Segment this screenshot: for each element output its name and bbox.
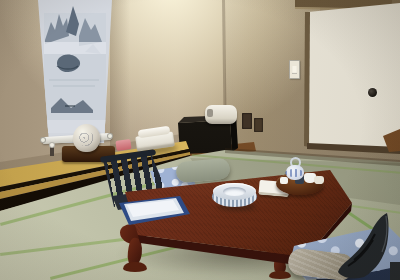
wall-outlet bbox=[242, 113, 252, 129]
pot-panel bbox=[207, 109, 213, 117]
table-leg bbox=[123, 262, 147, 272]
switch-button bbox=[292, 66, 297, 74]
chair-edge bbox=[390, 262, 400, 280]
roller-cap bbox=[40, 137, 46, 143]
teapot bbox=[286, 165, 304, 180]
tray-cloth bbox=[280, 177, 288, 184]
scroll-weight bbox=[50, 146, 54, 156]
jar-pattern bbox=[77, 132, 95, 146]
wall-outlet bbox=[254, 118, 263, 132]
ashtray-well bbox=[223, 187, 246, 196]
floor-chair-right bbox=[334, 208, 396, 280]
photo-japanese-room bbox=[0, 0, 400, 280]
light-switch bbox=[289, 60, 300, 79]
door-handle bbox=[368, 88, 377, 97]
table-leg bbox=[269, 271, 291, 279]
pink-box bbox=[115, 139, 131, 151]
weight-knob bbox=[49, 142, 55, 148]
teapot-pattern bbox=[285, 169, 304, 177]
scroll-shadow bbox=[110, 0, 130, 150]
electric-pot bbox=[205, 105, 237, 124]
roller-cap bbox=[107, 133, 113, 139]
teacup bbox=[314, 176, 324, 184]
ceramic-jar bbox=[73, 124, 100, 152]
